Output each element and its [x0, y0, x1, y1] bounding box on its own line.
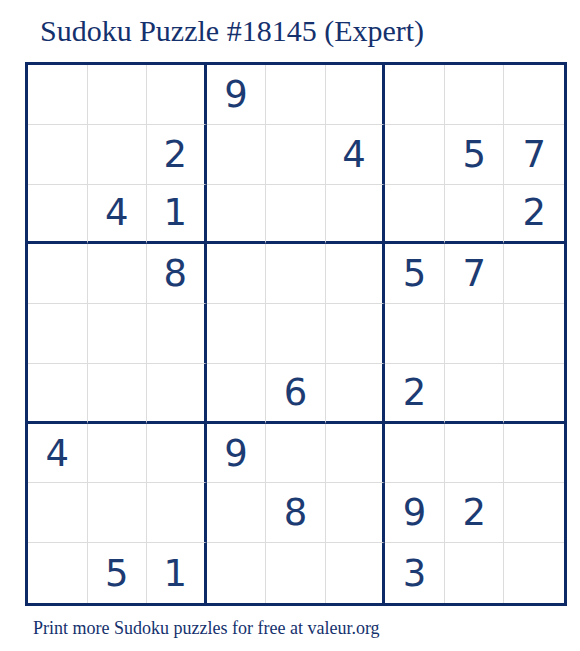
- cell-r3c7: [385, 185, 445, 245]
- cell-r3c3: 1: [147, 185, 207, 245]
- cell-r6c1: [28, 364, 88, 424]
- cell-r4c6: [326, 244, 386, 304]
- cell-r9c6: [326, 543, 386, 603]
- cell-r3c1: [28, 185, 88, 245]
- cell-r9c4: [207, 543, 267, 603]
- cell-r5c8: [445, 304, 505, 364]
- cell-r2c7: [385, 125, 445, 185]
- cell-r4c2: [88, 244, 148, 304]
- cell-r2c2: [88, 125, 148, 185]
- cell-r3c9: 2: [504, 185, 564, 245]
- cell-r1c6: [326, 65, 386, 125]
- cell-r5c4: [207, 304, 267, 364]
- cell-r7c9: [504, 424, 564, 484]
- cell-r5c5: [266, 304, 326, 364]
- cell-r4c8: 7: [445, 244, 505, 304]
- cell-r9c9: [504, 543, 564, 603]
- cell-r9c2: 5: [88, 543, 148, 603]
- cell-r1c9: [504, 65, 564, 125]
- cell-r1c2: [88, 65, 148, 125]
- cell-r7c8: [445, 424, 505, 484]
- cell-r3c8: [445, 185, 505, 245]
- cell-r7c3: [147, 424, 207, 484]
- cell-r5c9: [504, 304, 564, 364]
- page-title: Sudoku Puzzle #18145 (Expert): [40, 12, 424, 50]
- cell-r7c4: 9: [207, 424, 267, 484]
- cell-r1c8: [445, 65, 505, 125]
- cell-r2c5: [266, 125, 326, 185]
- cell-r2c3: 2: [147, 125, 207, 185]
- cell-r4c3: 8: [147, 244, 207, 304]
- cell-r3c6: [326, 185, 386, 245]
- cell-r9c5: [266, 543, 326, 603]
- cell-r6c4: [207, 364, 267, 424]
- footer-text: Print more Sudoku puzzles for free at va…: [33, 617, 380, 639]
- cell-r8c5: 8: [266, 483, 326, 543]
- cell-r2c6: 4: [326, 125, 386, 185]
- cell-r8c3: [147, 483, 207, 543]
- cell-r5c6: [326, 304, 386, 364]
- cell-r6c7: 2: [385, 364, 445, 424]
- cell-r8c7: 9: [385, 483, 445, 543]
- cell-r6c9: [504, 364, 564, 424]
- cell-r9c7: 3: [385, 543, 445, 603]
- cell-r8c9: [504, 483, 564, 543]
- cell-r2c4: [207, 125, 267, 185]
- sudoku-board: 924574128576249892513: [25, 62, 567, 606]
- cell-r9c1: [28, 543, 88, 603]
- cell-r7c6: [326, 424, 386, 484]
- cell-r5c3: [147, 304, 207, 364]
- cell-r6c3: [147, 364, 207, 424]
- cell-r2c1: [28, 125, 88, 185]
- cell-r5c2: [88, 304, 148, 364]
- cell-r4c5: [266, 244, 326, 304]
- sudoku-page: Sudoku Puzzle #18145 (Expert) 9245741285…: [0, 0, 580, 651]
- cell-r3c4: [207, 185, 267, 245]
- cell-r8c2: [88, 483, 148, 543]
- cell-r4c1: [28, 244, 88, 304]
- cell-r8c4: [207, 483, 267, 543]
- cell-r1c7: [385, 65, 445, 125]
- cell-r1c4: 9: [207, 65, 267, 125]
- cell-r4c7: 5: [385, 244, 445, 304]
- cell-r6c6: [326, 364, 386, 424]
- cell-r9c8: [445, 543, 505, 603]
- cell-r8c1: [28, 483, 88, 543]
- cell-r6c5: 6: [266, 364, 326, 424]
- cell-r1c1: [28, 65, 88, 125]
- cell-r7c7: [385, 424, 445, 484]
- cell-r8c6: [326, 483, 386, 543]
- cell-r6c2: [88, 364, 148, 424]
- cell-r9c3: 1: [147, 543, 207, 603]
- cell-r3c2: 4: [88, 185, 148, 245]
- cell-r3c5: [266, 185, 326, 245]
- cell-r1c3: [147, 65, 207, 125]
- cell-r5c1: [28, 304, 88, 364]
- cell-r2c8: 5: [445, 125, 505, 185]
- cell-r2c9: 7: [504, 125, 564, 185]
- cell-r8c8: 2: [445, 483, 505, 543]
- cell-r1c5: [266, 65, 326, 125]
- cell-r4c4: [207, 244, 267, 304]
- cell-r4c9: [504, 244, 564, 304]
- cell-r7c1: 4: [28, 424, 88, 484]
- cell-r5c7: [385, 304, 445, 364]
- cell-r7c2: [88, 424, 148, 484]
- cell-r6c8: [445, 364, 505, 424]
- cell-r7c5: [266, 424, 326, 484]
